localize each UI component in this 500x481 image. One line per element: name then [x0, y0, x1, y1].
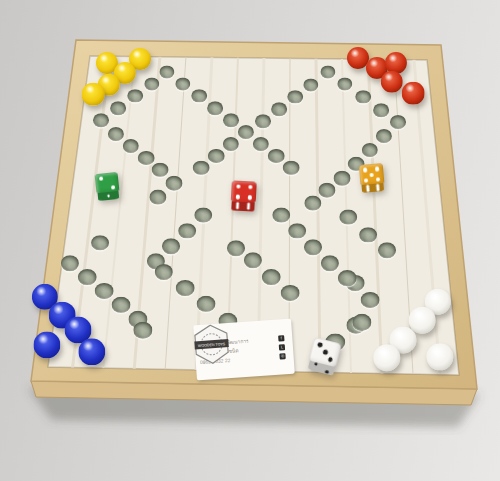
photo-scene: ของเล่นเสริมพัฒนาการfของเล่นนานาชนิดL086… — [0, 0, 500, 481]
board-base — [0, 0, 500, 481]
shop-card: ของเล่นเสริมพัฒนาการfของเล่นนานาชนิดL086… — [193, 319, 295, 381]
line-icon: L — [279, 344, 285, 350]
facebook-icon: f — [278, 335, 284, 341]
phone-icon: ✆ — [279, 353, 285, 359]
